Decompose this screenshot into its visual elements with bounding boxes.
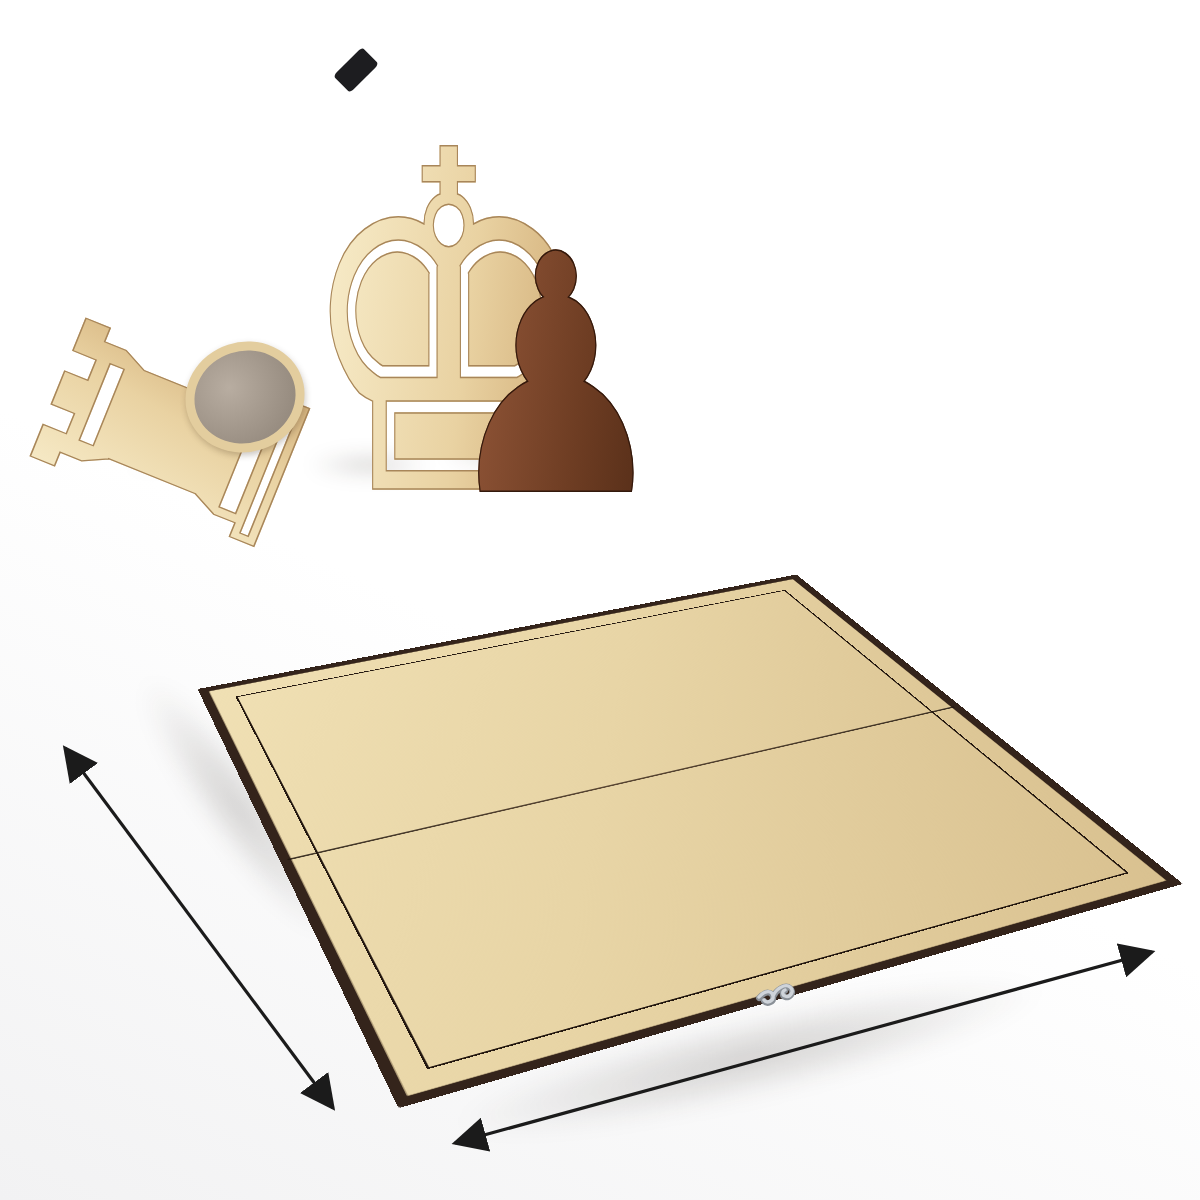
- left-dimension-label: [109, 842, 197, 963]
- product-photo-wooden-chess-set: { "game": "chess", "caption": "Folding w…: [0, 0, 1200, 1200]
- latch-icon: [752, 972, 804, 1018]
- loose-piece-pawn-icon: ♟: [441, 212, 672, 542]
